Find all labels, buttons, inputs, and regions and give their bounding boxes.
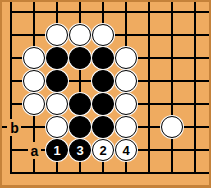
stone-white [46, 116, 68, 138]
stone-black [69, 116, 91, 138]
stone-white-move-4: 4 [115, 139, 137, 161]
grid-line-horizontal [10, 172, 209, 174]
grid-line-horizontal [10, 11, 209, 13]
stone-black [69, 47, 91, 69]
stone-black [46, 47, 68, 69]
point-label-b: b [8, 119, 21, 136]
stone-white [69, 24, 91, 46]
stone-white [23, 47, 45, 69]
stone-black [92, 70, 114, 92]
point-label-a: a [28, 142, 41, 159]
stone-black [92, 116, 114, 138]
stone-black [92, 47, 114, 69]
stone-black-move-1: 1 [46, 139, 68, 161]
stone-black-move-3: 3 [69, 139, 91, 161]
go-diagram: ab1324 [0, 0, 211, 188]
edge-tick [2, 126, 7, 128]
stone-white [161, 116, 183, 138]
stone-white-move-2: 2 [92, 139, 114, 161]
stone-black [69, 93, 91, 115]
stone-white [46, 24, 68, 46]
stone-white [92, 24, 114, 46]
stone-white [23, 93, 45, 115]
stone-white [23, 70, 45, 92]
stone-white [115, 70, 137, 92]
stone-black [46, 70, 68, 92]
stone-white [115, 47, 137, 69]
stone-black [92, 93, 114, 115]
go-board: ab1324 [2, 2, 209, 185]
stone-white [115, 93, 137, 115]
stone-white [46, 93, 68, 115]
stone-white [115, 116, 137, 138]
